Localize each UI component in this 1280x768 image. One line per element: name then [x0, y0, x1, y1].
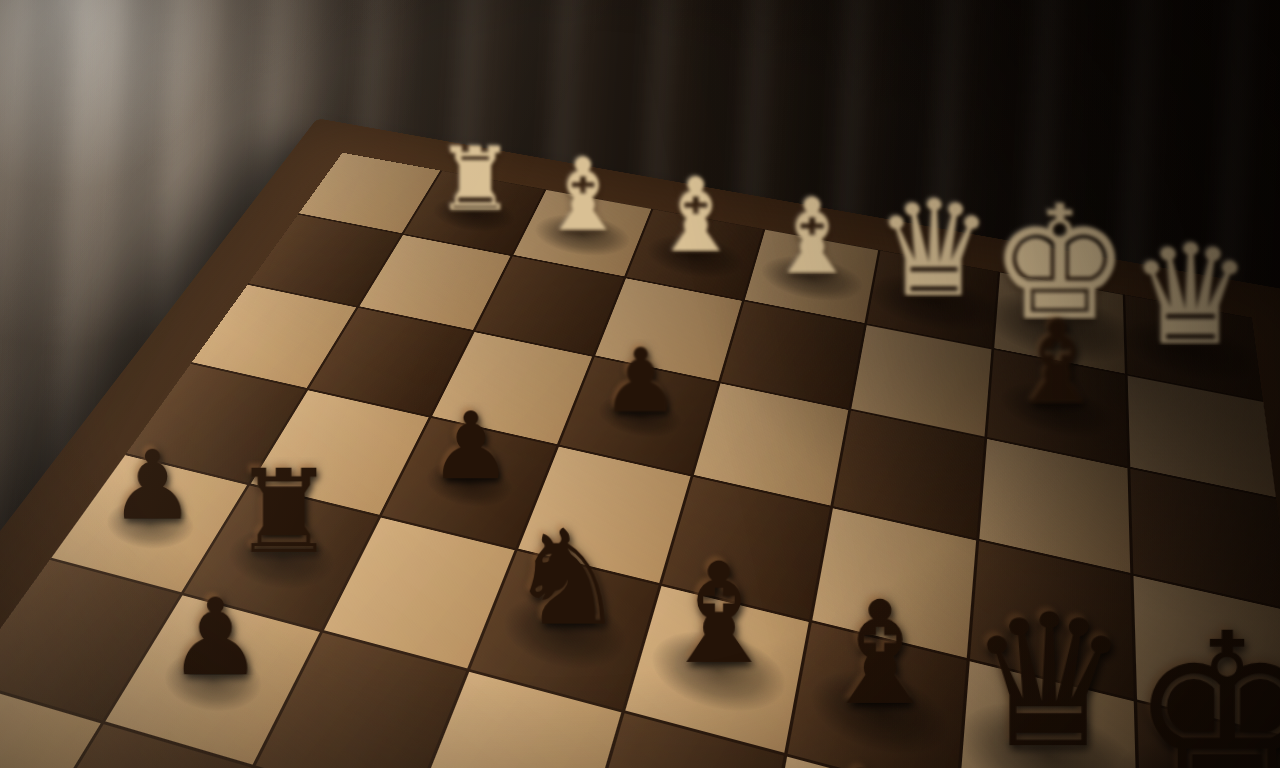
- light-bishop-glyph: ♝: [766, 187, 859, 286]
- dark-pawn-glyph: ♟: [168, 587, 263, 688]
- dark-rook-glyph: ♜: [232, 457, 336, 567]
- dark-king-glyph: ♚: [1129, 611, 1280, 768]
- square-h4: ♚: [1137, 702, 1280, 768]
- dark-knight-glyph: ♞: [508, 516, 626, 641]
- chess-board: ♜♝♝♝♛♚♛♝♟♟♟♜♞♝♝♛♚♟♟♞♞♟♝: [0, 153, 1280, 768]
- chess-scene-photo: ♜♝♝♝♛♚♛♝♟♟♟♜♞♝♝♛♚♟♟♞♞♟♝: [0, 0, 1280, 768]
- square-g4: ♛: [959, 661, 1137, 768]
- dark-bishop-glyph: ♝: [1006, 308, 1110, 418]
- square-b3: ♟: [106, 595, 320, 764]
- square-h8: ♛: [1125, 295, 1263, 400]
- dark-pawn-glyph: ♟: [807, 757, 913, 768]
- square-c3: [255, 633, 466, 768]
- dark-bishop-glyph: ♝: [816, 586, 944, 722]
- dark-pawn-glyph: ♟: [109, 440, 195, 531]
- light-bishop-glyph: ♝: [650, 167, 742, 264]
- board-frame: ♜♝♝♝♛♚♛♝♟♟♟♜♞♝♝♛♚♟♟♞♞♟♝: [0, 118, 1280, 768]
- square-g6: [980, 439, 1130, 573]
- light-queen-glyph: ♛: [874, 186, 993, 312]
- light-queen-glyph: ♛: [1129, 230, 1253, 361]
- piece-dark-pawn: ♟: [106, 595, 320, 764]
- piece-light-queen: ♛: [1125, 295, 1263, 400]
- dark-pawn-glyph: ♟: [430, 402, 513, 490]
- dark-pawn-glyph: ♟: [601, 339, 680, 423]
- dark-queen-glyph: ♛: [967, 595, 1131, 768]
- board-perspective-scene: ♜♝♝♝♛♚♛♝♟♟♟♜♞♝♝♛♚♟♟♞♞♟♝: [0, 0, 1280, 768]
- piece-dark-queen: ♛: [959, 661, 1137, 768]
- piece-dark-king: ♚: [1137, 702, 1280, 768]
- dark-bishop-glyph: ♝: [657, 548, 782, 680]
- light-bishop-glyph: ♝: [539, 148, 629, 243]
- light-rook-glyph: ♜: [436, 137, 515, 221]
